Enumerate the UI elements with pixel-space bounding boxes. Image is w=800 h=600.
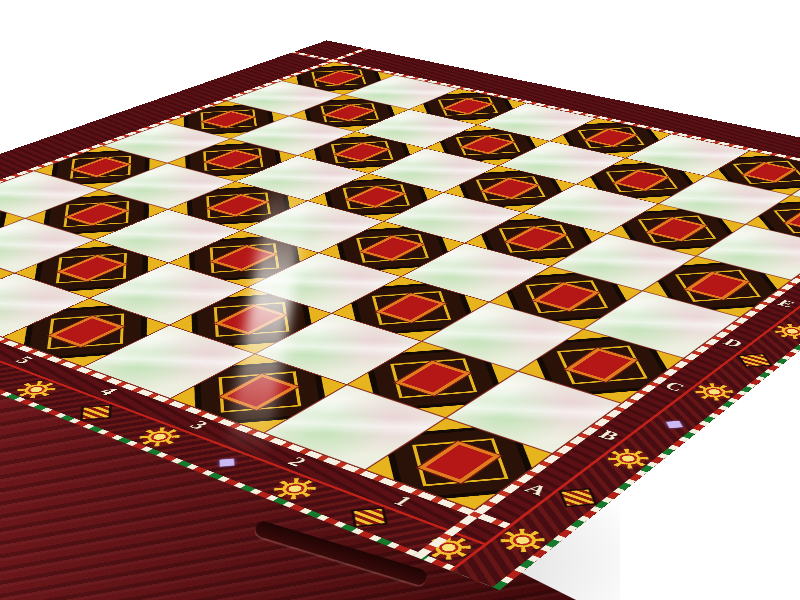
chess-set-photo-scene: 54321 ABCDEF ♜♞♝♛♚♝♞♜♟♟♟♟♟♟♟♟♟♟♟♟♟♟♟♟♜♞♝… bbox=[0, 0, 800, 600]
rank-label: 3 bbox=[184, 418, 213, 433]
piece-wP: ♟ bbox=[0, 285, 21, 286]
rank-label: 2 bbox=[282, 454, 312, 470]
ribbon-icon bbox=[560, 489, 595, 506]
rank-label: 4 bbox=[94, 385, 123, 399]
ribbon-icon bbox=[739, 354, 771, 367]
gem-icon bbox=[657, 417, 689, 431]
light-piece-glyph: ♟ bbox=[5, 149, 97, 251]
rank-label: 5 bbox=[10, 354, 39, 367]
piece-wP: ♟ bbox=[0, 251, 102, 252]
gem-icon bbox=[209, 454, 243, 470]
light-piece-glyph: ♟ bbox=[84, 122, 172, 220]
ribbon-icon bbox=[82, 405, 110, 419]
rank-label: 1 bbox=[388, 493, 418, 510]
light-piece-glyph: ♟ bbox=[0, 179, 15, 286]
ribbon-icon bbox=[353, 508, 386, 526]
